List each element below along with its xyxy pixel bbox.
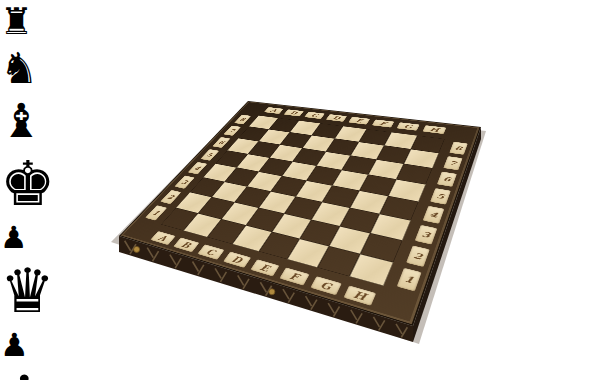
rank-label-left-5: 5: [200, 149, 219, 161]
file-label-far-h: H: [423, 125, 447, 134]
brass-hinge-pin: [134, 246, 140, 252]
rank-label-right-5: 5: [430, 188, 451, 205]
file-label-far-c: C: [304, 112, 325, 119]
file-label-near-g: G: [310, 276, 341, 295]
file-label-far-a: A: [264, 107, 284, 114]
file-label-far-e: E: [348, 117, 370, 125]
file-label-far-g: G: [397, 122, 420, 131]
file-label-far-b: B: [284, 109, 304, 116]
file-label-far-f: F: [372, 119, 394, 127]
rank-label-right-2: 2: [406, 245, 430, 267]
file-label-near-f: F: [279, 267, 309, 285]
rank-label-left-4: 4: [188, 162, 208, 175]
rank-label-left-2: 2: [160, 190, 181, 204]
file-label-near-e: E: [250, 259, 279, 276]
file-label-near-b: B: [173, 237, 199, 252]
rank-label-left-1: 1: [145, 205, 167, 220]
file-label-near-c: C: [197, 244, 224, 260]
product-photo-stage: ABCDEFGH ABCDEFGH 87654321 87654321 ♜♞♝♚…: [0, 0, 600, 380]
rank-label-left-8: 8: [234, 115, 251, 125]
brass-hinge-pin: [269, 289, 275, 295]
rank-label-right-6: 6: [437, 172, 457, 187]
rank-label-right-4: 4: [423, 206, 445, 224]
file-label-near-a: A: [150, 231, 175, 245]
file-label-far-d: D: [326, 114, 347, 122]
rank-label-right-3: 3: [415, 225, 438, 245]
rank-label-left-3: 3: [174, 175, 194, 188]
rank-label-right-7: 7: [443, 156, 462, 170]
rank-label-right-8: 8: [449, 142, 468, 155]
rank-label-right-1: 1: [397, 268, 422, 292]
file-label-near-h: H: [343, 285, 376, 305]
file-label-near-d: D: [223, 252, 251, 268]
rank-label-left-6: 6: [212, 137, 230, 148]
rank-label-left-7: 7: [223, 126, 241, 136]
